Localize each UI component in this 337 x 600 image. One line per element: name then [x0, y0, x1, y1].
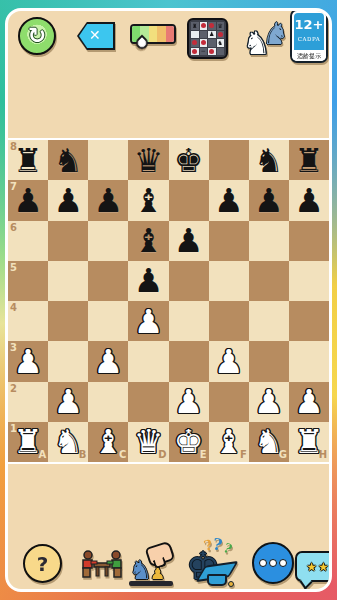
chess-board: 8♜♞♛♚♞♜7♟♟♟♝♟♟♟6♝♟5♟4♟3♟♟♟2♟♟♟♟1A♜B♞C♝D♛… — [8, 140, 329, 462]
square-b4[interactable] — [48, 301, 88, 341]
red-dot-icon — [209, 49, 214, 54]
black-pawn[interactable]: ♟ — [289, 180, 329, 220]
square-e6[interactable]: ♟ — [169, 221, 209, 261]
learn-button[interactable]: ♚ ? ? ? — [184, 539, 234, 589]
square-h6[interactable] — [289, 221, 329, 261]
question-mark-icon: ? — [37, 552, 49, 576]
dot-icon — [269, 559, 277, 567]
square-h8[interactable]: ♜ — [289, 140, 329, 180]
square-d8[interactable]: ♛ — [128, 140, 168, 180]
rank-label: 2 — [10, 384, 17, 394]
square-e2[interactable]: ♟ — [169, 382, 209, 422]
square-h5[interactable] — [289, 261, 329, 301]
two-players-icon — [79, 548, 125, 582]
age-rating-caption: 适龄提示 — [292, 50, 326, 61]
white-pawn[interactable]: ♟ — [48, 382, 88, 422]
square-e3[interactable] — [169, 341, 209, 381]
square-f8[interactable] — [209, 140, 249, 180]
square-f4[interactable] — [209, 301, 249, 341]
undo-button[interactable]: ✕ — [77, 22, 115, 50]
mini-board-cell — [191, 48, 199, 56]
black-pawn[interactable]: ♟ — [249, 180, 289, 220]
square-a5[interactable]: 5 — [8, 261, 48, 301]
square-e4[interactable] — [169, 301, 209, 341]
square-g4[interactable] — [249, 301, 289, 341]
board-frame: 8♜♞♛♚♞♜7♟♟♟♝♟♟♟6♝♟5♟4♟3♟♟♟2♟♟♟♟1A♜B♞C♝D♛… — [6, 138, 331, 464]
square-c7[interactable]: ♟ — [88, 180, 128, 220]
mini-board-cell — [200, 39, 208, 47]
meter-segment — [166, 26, 174, 42]
black-bishop[interactable]: ♝ — [128, 180, 168, 220]
restart-icon: ↻ — [28, 25, 46, 47]
stars-icon: ★★ — [306, 560, 330, 574]
black-pawn[interactable]: ♟ — [48, 180, 88, 220]
square-a8[interactable]: 8♜ — [8, 140, 48, 180]
file-label: B — [79, 450, 87, 460]
red-dot-icon — [192, 49, 197, 54]
square-h1[interactable]: H♜ — [289, 422, 329, 462]
square-e5[interactable] — [169, 261, 209, 301]
square-d3[interactable] — [128, 341, 168, 381]
two-players-button[interactable] — [79, 548, 125, 582]
square-c2[interactable] — [88, 382, 128, 422]
graduation-cap-base — [207, 574, 227, 586]
square-g6[interactable] — [249, 221, 289, 261]
square-d1[interactable]: D♛ — [128, 422, 168, 462]
rank-label: 1 — [10, 424, 17, 434]
square-b5[interactable] — [48, 261, 88, 301]
file-label: H — [319, 450, 327, 460]
white-pawn[interactable]: ♟ — [249, 382, 289, 422]
age-rating-badge: 12+ CADPA 适龄提示 — [290, 9, 328, 63]
white-pawn[interactable]: ♟ — [209, 341, 249, 381]
black-knight[interactable]: ♞ — [48, 140, 88, 180]
file-label: G — [279, 450, 287, 460]
square-e1[interactable]: E♚ — [169, 422, 209, 462]
square-d6[interactable]: ♝ — [128, 221, 168, 261]
black-queen[interactable]: ♛ — [128, 140, 168, 180]
chat-button[interactable] — [252, 542, 294, 584]
square-b2[interactable]: ♟ — [48, 382, 88, 422]
dot-icon — [279, 559, 287, 567]
mini-board-cell — [217, 48, 225, 56]
rank-label: 3 — [10, 343, 17, 353]
square-h3[interactable] — [289, 341, 329, 381]
rank-label: 7 — [10, 182, 17, 192]
square-d4[interactable]: ♟ — [128, 301, 168, 341]
square-a2[interactable]: 2 — [8, 382, 48, 422]
black-pawn[interactable]: ♟ — [128, 261, 168, 301]
mini-board-cell — [191, 39, 199, 47]
square-h7[interactable]: ♟ — [289, 180, 329, 220]
black-pawn[interactable]: ♟ — [169, 221, 209, 261]
hand-icon — [145, 540, 176, 567]
rank-label: 4 — [10, 303, 17, 313]
app-panel: ↻ ✕ ♜♛♟♞− ♞ ♞ 12+ CADPA 适龄提示 8♜♞♛♚♞♜7♟♟♟… — [5, 8, 332, 592]
black-king[interactable]: ♚ — [169, 140, 209, 180]
square-a6[interactable]: 6 — [8, 221, 48, 261]
square-h2[interactable]: ♟ — [289, 382, 329, 422]
rank-label: 5 — [10, 263, 17, 273]
square-c5[interactable] — [88, 261, 128, 301]
meter-segment — [149, 26, 157, 42]
mini-board-cell — [200, 22, 208, 30]
mini-board-cell — [208, 22, 216, 30]
square-f6[interactable] — [209, 221, 249, 261]
move-piece-button[interactable]: ♞ ♟ — [129, 542, 175, 588]
square-c8[interactable] — [88, 140, 128, 180]
square-h4[interactable] — [289, 301, 329, 341]
black-bishop[interactable]: ♝ — [128, 221, 168, 261]
square-a7[interactable]: 7♟ — [8, 180, 48, 220]
square-d2[interactable] — [128, 382, 168, 422]
red-dot-icon — [201, 40, 206, 45]
age-rating-panel: 12+ CADPA — [294, 13, 324, 50]
red-dot-icon — [218, 32, 223, 37]
file-label: D — [158, 450, 166, 460]
white-pawn[interactable]: ♟ — [289, 382, 329, 422]
mini-board-cell: ♞ — [217, 39, 225, 47]
square-c4[interactable] — [88, 301, 128, 341]
mini-board-cell — [208, 39, 216, 47]
black-pawn[interactable]: ♟ — [88, 180, 128, 220]
square-d5[interactable]: ♟ — [128, 261, 168, 301]
square-c1[interactable]: C♝ — [88, 422, 128, 462]
mini-board-cell — [200, 31, 208, 39]
square-f5[interactable] — [209, 261, 249, 301]
restart-button[interactable]: ↻ — [18, 17, 56, 55]
file-label: F — [240, 450, 247, 460]
square-g3[interactable] — [249, 341, 289, 381]
square-b1[interactable]: B♞ — [48, 422, 88, 462]
square-f3[interactable]: ♟ — [209, 341, 249, 381]
white-knight-icon: ♞ — [243, 28, 271, 59]
file-label: A — [38, 450, 46, 460]
square-a1[interactable]: 1A♜ — [8, 422, 48, 462]
mini-board-cell: ♜ — [191, 22, 199, 30]
red-dot-icon — [192, 40, 197, 45]
side-select-button[interactable]: ♞ ♞ — [243, 19, 289, 59]
mini-board-cell — [208, 48, 216, 56]
square-f1[interactable]: F♝ — [209, 422, 249, 462]
square-a3[interactable]: 3♟ — [8, 341, 48, 381]
close-x-icon: ✕ — [89, 27, 101, 43]
age-rating-value: 12+ — [294, 15, 324, 35]
black-pawn[interactable]: ♟ — [209, 180, 249, 220]
mini-board-cell — [191, 31, 199, 39]
white-pawn[interactable]: ♟ — [128, 301, 168, 341]
square-c6[interactable] — [88, 221, 128, 261]
square-e7[interactable] — [169, 180, 209, 220]
black-rook[interactable]: ♜ — [289, 140, 329, 180]
square-g2[interactable]: ♟ — [249, 382, 289, 422]
rank-label: 6 — [10, 223, 17, 233]
file-label: E — [200, 450, 207, 460]
mini-board-cell: ♛ — [217, 22, 225, 30]
square-g1[interactable]: G♞ — [249, 422, 289, 462]
mini-board-cell — [217, 31, 225, 39]
square-a4[interactable]: 4 — [8, 301, 48, 341]
square-e8[interactable]: ♚ — [169, 140, 209, 180]
square-b6[interactable] — [48, 221, 88, 261]
help-button[interactable]: ? — [23, 544, 62, 583]
age-rating-org: CADPA — [294, 35, 324, 44]
rate-button[interactable]: ★★ — [295, 551, 332, 582]
mini-board-cell: ♟ — [208, 31, 216, 39]
tassel-icon — [228, 581, 234, 587]
mini-board-cell: − — [200, 48, 208, 56]
red-dot-icon — [201, 23, 206, 28]
threat-board-button[interactable]: ♜♛♟♞− — [187, 18, 228, 59]
square-b7[interactable]: ♟ — [48, 180, 88, 220]
meter-segment — [157, 26, 165, 42]
square-d7[interactable]: ♝ — [128, 180, 168, 220]
square-g5[interactable] — [249, 261, 289, 301]
square-f2[interactable] — [209, 382, 249, 422]
dot-icon — [259, 559, 267, 567]
white-pawn[interactable]: ♟ — [169, 382, 209, 422]
square-b8[interactable]: ♞ — [48, 140, 88, 180]
question-mark-icon: ? — [222, 540, 235, 557]
file-label: C — [119, 450, 126, 460]
square-g8[interactable]: ♞ — [249, 140, 289, 180]
red-dot-icon — [209, 23, 214, 28]
white-pawn[interactable]: ♟ — [88, 341, 128, 381]
square-f7[interactable]: ♟ — [209, 180, 249, 220]
square-b3[interactable] — [48, 341, 88, 381]
black-knight[interactable]: ♞ — [249, 140, 289, 180]
square-g7[interactable]: ♟ — [249, 180, 289, 220]
square-c3[interactable]: ♟ — [88, 341, 128, 381]
rank-label: 8 — [10, 142, 17, 152]
